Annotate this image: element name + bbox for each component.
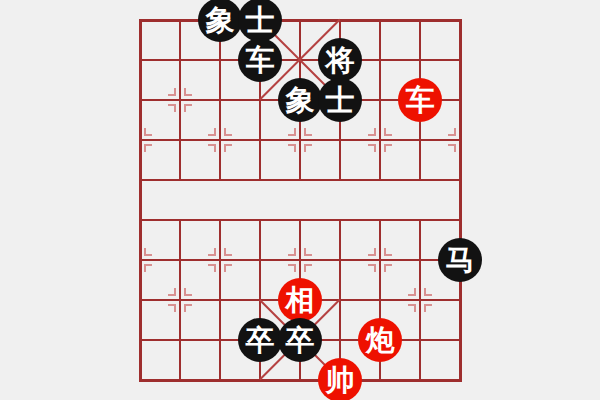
point-marker-corner: [168, 88, 176, 96]
point-marker-corner: [288, 128, 296, 136]
point-marker-corner: [224, 248, 232, 256]
point-marker-corner: [304, 144, 312, 152]
point-marker-corner: [368, 264, 376, 272]
piece-black-chariot-1[interactable]: 车: [238, 38, 282, 82]
point-marker-corner: [208, 144, 216, 152]
point-marker-corner: [304, 248, 312, 256]
xiangqi-position-screenshot: 象士车将象士车马相卒卒炮帅: [0, 0, 600, 400]
point-marker-corner: [368, 144, 376, 152]
point-marker-corner: [184, 104, 192, 112]
point-marker-corner: [424, 304, 432, 312]
piece-black-pawn-1[interactable]: 卒: [238, 318, 282, 362]
point-marker-corner: [184, 304, 192, 312]
piece-black-elephant-2[interactable]: 象: [278, 78, 322, 122]
point-marker-corner: [304, 264, 312, 272]
piece-black-advisor-2[interactable]: 士: [318, 78, 362, 122]
piece-red-cannon-1[interactable]: 炮: [358, 318, 402, 362]
piece-black-pawn-2[interactable]: 卒: [278, 318, 322, 362]
point-marker-corner: [184, 88, 192, 96]
piece-black-general[interactable]: 将: [318, 38, 362, 82]
piece-red-general[interactable]: 帅: [318, 358, 362, 400]
piece-black-elephant-1[interactable]: 象: [198, 0, 242, 42]
point-marker-corner: [168, 304, 176, 312]
point-marker-corner: [144, 248, 152, 256]
grid-vline: [179, 20, 181, 180]
point-marker-corner: [208, 248, 216, 256]
point-marker-corner: [168, 104, 176, 112]
point-marker-corner: [208, 128, 216, 136]
point-marker-corner: [408, 304, 416, 312]
point-marker-corner: [368, 128, 376, 136]
grid-vline: [139, 20, 142, 380]
point-marker-corner: [168, 288, 176, 296]
grid-vline: [179, 220, 181, 380]
point-marker-corner: [144, 264, 152, 272]
point-marker-corner: [304, 128, 312, 136]
piece-black-advisor-1[interactable]: 士: [238, 0, 282, 42]
grid-vline: [459, 20, 462, 380]
point-marker-corner: [288, 264, 296, 272]
point-marker-corner: [424, 288, 432, 296]
point-marker-corner: [184, 288, 192, 296]
grid-vline: [219, 220, 221, 380]
piece-red-chariot-1[interactable]: 车: [398, 78, 442, 122]
point-marker-corner: [384, 144, 392, 152]
point-marker-corner: [448, 128, 456, 136]
point-marker-corner: [144, 128, 152, 136]
grid-vline: [419, 220, 421, 380]
point-marker-corner: [368, 248, 376, 256]
point-marker-corner: [224, 128, 232, 136]
point-marker-corner: [448, 144, 456, 152]
grid-vline: [219, 20, 221, 180]
point-marker-corner: [384, 248, 392, 256]
point-marker-corner: [408, 288, 416, 296]
point-marker-corner: [288, 144, 296, 152]
point-marker-corner: [288, 248, 296, 256]
xiangqi-board: 象士车将象士车马相卒卒炮帅: [140, 20, 460, 380]
point-marker-corner: [144, 144, 152, 152]
point-marker-corner: [384, 264, 392, 272]
piece-black-horse-1[interactable]: 马: [438, 238, 482, 282]
point-marker-corner: [224, 264, 232, 272]
point-marker-corner: [384, 128, 392, 136]
point-marker-corner: [208, 264, 216, 272]
grid-vline: [379, 20, 381, 180]
point-marker-corner: [224, 144, 232, 152]
piece-red-elephant-1[interactable]: 相: [278, 278, 322, 322]
